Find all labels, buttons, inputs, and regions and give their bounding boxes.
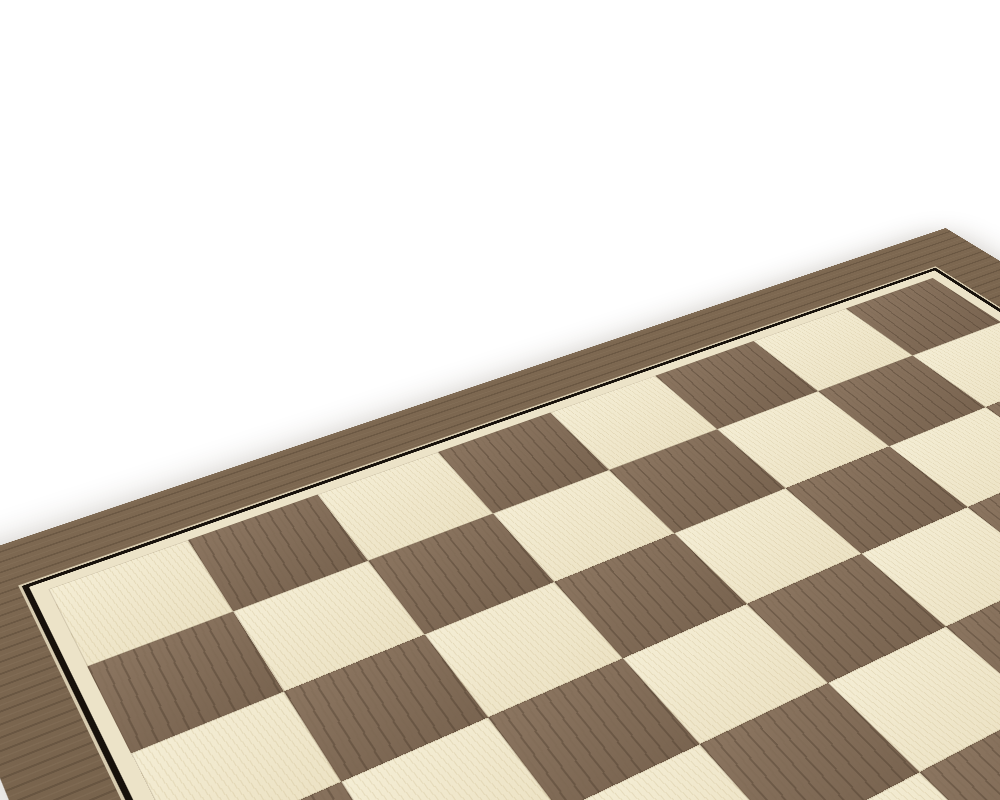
perspective-scene: ♜♞♝♚♛♝♞♜♟♟♟♟♟♟♟♟	[328, 283, 1000, 800]
board-playing-area: ♜♞♝♚♛♝♞♜♟♟♟♟♟♟♟♟	[48, 278, 1000, 800]
square-e5	[700, 683, 920, 800]
board-position-wrapper: ♜♞♝♚♛♝♞♜♟♟♟♟♟♟♟♟	[328, 283, 1000, 800]
chess-set-photo: ♜♞♝♚♛♝♞♜♟♟♟♟♟♟♟♟	[0, 0, 1000, 800]
chess-board: ♜♞♝♚♛♝♞♜♟♟♟♟♟♟♟♟	[0, 228, 1000, 800]
